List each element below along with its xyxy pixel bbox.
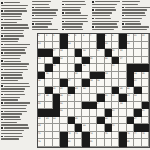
grid-cell-r2-c5[interactable]: 14 [68,42,75,50]
grid-cell-r14-c5[interactable]: 72 [68,132,75,140]
clue-text-bar [1,108,26,109]
grid-cell-r12-c2[interactable]: 63 [45,117,52,125]
clue-line [1,8,30,10]
clue-text-bar [92,15,110,16]
grid-cell-r5-c4[interactable] [60,64,67,72]
clue-line [1,30,30,32]
grid-cell-r8-c9[interactable] [97,87,104,95]
clue-text-bar [125,7,150,8]
clue-line [92,15,120,17]
grid-cell-r11-c5[interactable] [68,109,75,117]
grid-cell-r10-c10[interactable] [105,102,112,110]
grid-cell-r11-c4[interactable]: 59 [60,109,67,117]
grid-cell-r5-c2 [45,64,52,72]
clue-line [1,102,30,104]
clue-text-bar [4,19,22,20]
clue-line [92,20,120,22]
clue-text-bar [4,102,30,103]
clue-line [92,18,120,20]
grid-cell-r4-c9[interactable] [97,57,104,65]
clue-text-bar [122,18,142,19]
clue-line [122,18,150,20]
grid-cell-r4-c4[interactable]: 24 [60,57,67,65]
clue-line [92,26,120,28]
grid-cell-r15-c14[interactable] [134,139,141,147]
grid-cell-r3-c9[interactable]: 20 [97,49,104,57]
clue-text-bar [1,97,20,98]
clue-number-mark [1,111,3,113]
clue-text-bar [62,15,88,16]
grid-cell-r5-c9[interactable] [97,64,104,72]
grid-cell-r14-c11[interactable] [112,132,119,140]
grid-cell-r7-c6[interactable] [75,79,82,87]
cell-number: 38 [90,79,92,81]
clue-line [1,138,30,140]
clue-text-bar [32,29,58,30]
clue-line [1,85,30,87]
grid-cell-r9-c8[interactable] [90,94,97,102]
clue-line [92,7,120,9]
grid-cell-r9-c10[interactable]: 51 [105,94,112,102]
grid-cell-r6-c12[interactable] [119,72,126,80]
grid-cell-r15-c6[interactable] [75,139,82,147]
clue-number-mark [1,19,3,21]
clue-line [32,18,60,20]
grid-cell-r11-c12[interactable] [119,109,126,117]
grid-cell-r15-c2[interactable] [45,139,52,147]
grid-cell-r5-c1[interactable] [38,64,45,72]
cell-number: 15 [105,42,107,44]
clue-text-bar [1,133,22,134]
clue-text-bar [122,26,149,27]
clue-number-mark [1,69,3,71]
clue-text-bar [1,122,17,123]
grid-cell-r15-c13[interactable]: 82 [127,139,134,147]
grid-cell-r4-c15[interactable] [142,57,149,65]
grid-cell-r2-c2[interactable] [45,42,52,50]
clue-line [1,58,30,60]
clue-number-mark [1,102,3,104]
grid-cell-r5-c11[interactable]: 30 [112,64,119,72]
grid-cell-r1-c3[interactable]: 3 [53,34,60,42]
grid-cell-r7-c10[interactable] [105,79,112,87]
grid-cell-r12-c14[interactable]: 67 [134,117,141,125]
clue-line [1,72,30,74]
grid-cell-r3-c15[interactable] [142,49,149,57]
cell-number: 79 [38,140,40,142]
clue-line [122,23,150,25]
clue-text-bar [1,30,24,31]
cell-number: 4 [68,34,69,36]
grid-cell-r1-c5[interactable]: 4 [68,34,75,42]
clue-text-bar [4,69,28,70]
grid-cell-r11-c11[interactable]: 60 [112,109,119,117]
clue-line [1,127,30,129]
clue-line [1,21,30,23]
grid-cell-r8-c6[interactable]: 43 [75,87,82,95]
clue-line [62,12,90,14]
grid-cell-r3-c5[interactable] [68,49,75,57]
clue-line [1,44,30,46]
clue-line [1,60,30,62]
clue-line [1,83,30,85]
cell-number: 74 [90,132,92,134]
grid-cell-r10-c14[interactable] [134,102,141,110]
grid-cell-r4-c6[interactable] [75,57,82,65]
grid-cell-r7-c12[interactable] [119,79,126,87]
grid-cell-r13-c4[interactable] [60,124,67,132]
grid-cell-r1-c8[interactable]: 7 [90,34,97,42]
cell-number: 2 [46,34,47,36]
grid-cell-r8-c15[interactable] [142,87,149,95]
grid-cell-r7-c3[interactable] [53,79,60,87]
clue-text-bar [35,23,53,24]
clue-number-mark [92,9,94,11]
clue-text-bar [32,18,53,19]
grid-cell-r7-c2[interactable] [45,79,52,87]
grid-cell-r5-c8[interactable] [90,64,97,72]
clue-number-mark [1,10,3,12]
cell-number: 3 [53,34,54,36]
grid-cell-r8-c12[interactable]: 45 [119,87,126,95]
clue-line [92,29,120,31]
clue-text-bar [4,94,25,95]
grid-cell-r10-c9[interactable]: 57 [97,102,104,110]
grid-cell-r2-c6[interactable] [75,42,82,50]
clue-line [122,7,150,9]
grid-cell-r13-c11[interactable]: 70 [112,124,119,132]
clue-line [62,9,90,11]
grid-cell-r13-c12[interactable] [119,124,126,132]
cell-number: 54 [134,94,136,96]
grid-cell-r1-c1[interactable]: 1 [38,34,45,42]
grid-cell-r2-c1[interactable]: 13 [38,42,45,50]
clue-text-bar [1,80,18,81]
grid-cell-r5-c10[interactable] [105,64,112,72]
grid-cell-r2-c13[interactable]: 16 [127,42,134,50]
clue-line [1,10,30,12]
clue-text-bar [1,49,25,50]
cell-number: 8 [105,34,106,36]
grid-cell-r9-c4[interactable]: 49 [60,94,67,102]
grid-cell-r15-c3[interactable] [53,139,60,147]
grid-cell-r14-c10[interactable]: 75 [105,132,112,140]
grid-cell-r1-c15[interactable]: 12 [142,34,149,42]
cell-number: 5 [75,34,76,36]
grid-cell-r3-c11[interactable]: 21 [112,49,119,57]
grid-cell-r10-c2[interactable] [45,102,52,110]
clue-line [32,7,60,9]
clue-line [32,9,60,11]
cell-number: 19 [83,49,85,51]
clue-line [92,9,120,11]
grid-cell-r12-c12[interactable] [119,117,126,125]
clue-text-bar [1,24,28,25]
grid-cell-r7-c15[interactable] [142,79,149,87]
grid-cell-r4-c10[interactable]: 26 [105,57,112,65]
grid-cell-r1-c2[interactable]: 2 [45,34,52,42]
grid-cell-r1-c4 [60,34,67,42]
clue-line [32,26,60,28]
grid-cell-r4-c14[interactable] [134,57,141,65]
cell-number: 29 [83,64,85,66]
clue-line [122,12,150,14]
grid-cell-r1-c10[interactable]: 8 [105,34,112,42]
grid-cell-r9-c14[interactable]: 54 [134,94,141,102]
grid-cell-r11-c9[interactable] [97,109,104,117]
clue-text-bar [1,38,19,39]
cell-number: 25 [90,57,92,59]
clue-line [1,2,30,4]
grid-cell-r5-c3[interactable]: 28 [53,64,60,72]
cell-number: 33 [105,72,107,74]
clue-number-mark [1,94,3,96]
grid-cell-r14-c9[interactable] [97,132,104,140]
cell-number: 22 [120,49,122,51]
grid-cell-r7-c11[interactable] [112,79,119,87]
cell-number: 81 [90,140,92,142]
clue-line [62,20,90,22]
clue-line [122,26,150,28]
cell-number: 28 [53,64,55,66]
grid-cell-r4-c2[interactable] [45,57,52,65]
clue-line [92,1,120,3]
grid-cell-r4-c12[interactable]: 27 [119,57,126,65]
grid-cell-r11-c7[interactable] [82,109,89,117]
grid-cell-r3-c7[interactable]: 19 [82,49,89,57]
clue-line [1,124,30,126]
grid-cell-r5-c5[interactable] [68,64,75,72]
clue-text-bar [32,9,58,10]
clue-line [1,108,30,110]
clue-number-mark [122,7,124,9]
clue-text-bar [1,58,20,59]
grid-cell-r9-c12 [119,94,126,102]
clue-line [32,4,60,6]
grid-cell-r15-c9[interactable] [97,139,104,147]
clue-line [1,105,30,107]
grid-cell-r5-c15 [142,64,149,72]
grid-cell-r15-c15[interactable] [142,139,149,147]
grid-cell-r14-c7 [82,132,89,140]
cell-number: 23 [38,57,40,59]
grid-cell-r13-c9[interactable] [97,124,104,132]
cell-number: 60 [112,109,114,111]
grid-cell-r15-c8[interactable]: 81 [90,139,97,147]
grid-cell-r9-c2[interactable]: 48 [45,94,52,102]
grid-cell-r14-c12 [119,132,126,140]
clue-text-bar [65,12,81,13]
grid-cell-r1-c9 [97,34,104,42]
clue-number-mark [32,7,34,9]
grid-cell-r6-c6[interactable]: 32 [75,72,82,80]
cell-number: 66 [105,117,107,119]
grid-cell-r14-c8[interactable]: 74 [90,132,97,140]
clue-line [1,88,30,90]
cell-number: 26 [105,57,107,59]
cell-number: 1 [38,34,39,36]
cell-number: 6 [83,34,84,36]
clue-text-bar [4,77,23,78]
grid-cell-r9-c6[interactable] [75,94,82,102]
grid-cell-r3-c4[interactable]: 18 [60,49,67,57]
clue-text-bar [32,26,48,27]
grid-cell-r12-c6[interactable]: 65 [75,117,82,125]
clue-text-bar [1,74,22,75]
grid-cell-r1-c7[interactable]: 6 [82,34,89,42]
clue-text-bar [122,12,145,13]
grid-cell-r4-c1[interactable]: 23 [38,57,45,65]
grid-cell-r12-c8[interactable] [90,117,97,125]
grid-cell-r6-c3[interactable] [53,72,60,80]
grid-cell-r12-c4[interactable] [60,117,67,125]
grid-cell-r15-c1[interactable]: 79 [38,139,45,147]
clue-line [32,12,60,14]
grid-cell-r11-c8[interactable] [90,109,97,117]
clue-text-bar [32,1,51,2]
clue-text-bar [32,4,49,5]
grid-cell-r4-c8[interactable]: 25 [90,57,97,65]
clue-line [1,122,30,124]
grid-cell-r14-c2[interactable] [45,132,52,140]
grid-cell-r14-c1[interactable]: 71 [38,132,45,140]
grid-cell-r13-c2[interactable] [45,124,52,132]
grid-cell-r9-c1[interactable]: 47 [38,94,45,102]
grid-cell-r14-c15[interactable]: 78 [142,132,149,140]
clue-number-mark [62,12,64,14]
cell-number: 64 [53,117,55,119]
grid-cell-r3-c2 [45,49,52,57]
clue-text-bar [1,105,27,106]
grid-cell-r6-c2[interactable]: 31 [45,72,52,80]
grid-cell-r9-c11[interactable]: 52 [112,94,119,102]
grid-cell-r8-c8[interactable] [90,87,97,95]
clue-line [1,27,30,29]
grid-cell-r7-c5[interactable]: 37 [68,79,75,87]
cell-number: 34 [134,72,136,74]
clue-text-bar [1,55,21,56]
grid-cell-r6-c11[interactable] [112,72,119,80]
grid-cell-r10-c5[interactable] [68,102,75,110]
clue-text-bar [4,127,29,128]
cell-number: 47 [38,94,40,96]
grid-cell-r14-c3[interactable] [53,132,60,140]
cell-number: 39 [97,79,99,81]
clue-line [62,7,90,9]
grid-cell-r9-c7[interactable] [82,94,89,102]
cell-number: 77 [134,132,136,134]
grid-cell-r2-c10[interactable]: 15 [105,42,112,50]
clue-number-mark [1,60,3,62]
clue-line [62,26,90,28]
grid-cell-r3-c14[interactable] [134,49,141,57]
grid-cell-r8-c7[interactable]: 44 [82,87,89,95]
grid-cell-r15-c5[interactable]: 80 [68,139,75,147]
grid-cell-r11-c15[interactable]: 61 [142,109,149,117]
grid-cell-r14-c14[interactable]: 77 [134,132,141,140]
clue-text-bar [1,33,23,34]
clue-text-bar [65,4,86,5]
grid-cell-r6-c7[interactable] [82,72,89,80]
grid-cell-r14-c6[interactable]: 73 [75,132,82,140]
grid-cell-r3-c12[interactable]: 22 [119,49,126,57]
grid-cell-r2-c14[interactable] [134,42,141,50]
cell-number: 61 [142,109,144,111]
cell-number: 24 [60,57,62,59]
grid-cell-r6-c4[interactable] [60,72,67,80]
grid-cell-r1-c14[interactable]: 11 [134,34,141,42]
grid-cell-r10-c6[interactable] [75,102,82,110]
grid-cell-r10-c13[interactable] [127,102,134,110]
clue-column-left [1,2,30,148]
grid-cell-r5-c7[interactable]: 29 [82,64,89,72]
grid-cell-r7-c9[interactable]: 39 [97,79,104,87]
grid-cell-r13-c3[interactable] [53,124,60,132]
grid-cell-r2-c15[interactable] [142,42,149,50]
grid-cell-r9-c15[interactable] [142,94,149,102]
grid-cell-r9-c9 [97,94,104,102]
clue-number-mark [1,77,3,79]
cell-number: 42 [60,87,62,89]
grid-cell-r12-c9 [97,117,104,125]
clue-number-mark [1,136,3,138]
clue-text-bar [62,26,82,27]
grid-cell-r13-c7[interactable]: 69 [82,124,89,132]
grid-cell-r6-c15[interactable]: 35 [142,72,149,80]
grid-cell-r12-c15[interactable] [142,117,149,125]
clue-text-bar [4,111,27,112]
grid-cell-r10-c1[interactable]: 55 [38,102,45,110]
clue-line [1,33,30,35]
cell-number: 57 [97,102,99,104]
grid-cell-r12-c10[interactable]: 66 [105,117,112,125]
grid-cell-r3-c13[interactable] [127,49,134,57]
clue-text-bar [4,2,20,3]
clue-text-bar [4,61,21,62]
grid-cell-r4-c5[interactable] [68,57,75,65]
grid-cell-r4-c13[interactable] [127,57,134,65]
grid-cell-r1-c11[interactable]: 9 [112,34,119,42]
clue-text-bar [1,8,26,9]
clue-text-bar [1,47,27,48]
cell-number: 73 [75,132,77,134]
grid-cell-r5-c6 [75,64,82,72]
grid-cell-r1-c6[interactable]: 5 [75,34,82,42]
grid-cell-r10-c12[interactable]: 58 [119,102,126,110]
clue-column-top-3 [92,1,120,31]
clue-line [1,35,30,37]
clue-line [32,29,60,31]
grid-cell-r6-c10[interactable]: 33 [105,72,112,80]
cell-number: 16 [127,42,129,44]
cell-number: 32 [75,72,77,74]
grid-cell-r7-c14[interactable]: 40 [134,79,141,87]
grid-cell-r12-c3[interactable]: 64 [53,117,60,125]
clue-line [122,9,150,11]
clue-line [62,29,90,31]
clue-text-bar [4,119,22,120]
clue-line [1,97,30,99]
grid-cell-r5-c14 [134,64,141,72]
grid-cell-r5-c12[interactable] [119,64,126,72]
clue-text-bar [1,138,19,139]
grid-cell-r7-c1[interactable]: 36 [38,79,45,87]
clue-line [1,63,30,65]
grid-cell-r15-c10[interactable] [105,139,112,147]
clue-line [62,1,90,3]
grid-cell-r9-c5[interactable]: 50 [68,94,75,102]
grid-cell-r15-c11[interactable] [112,139,119,147]
